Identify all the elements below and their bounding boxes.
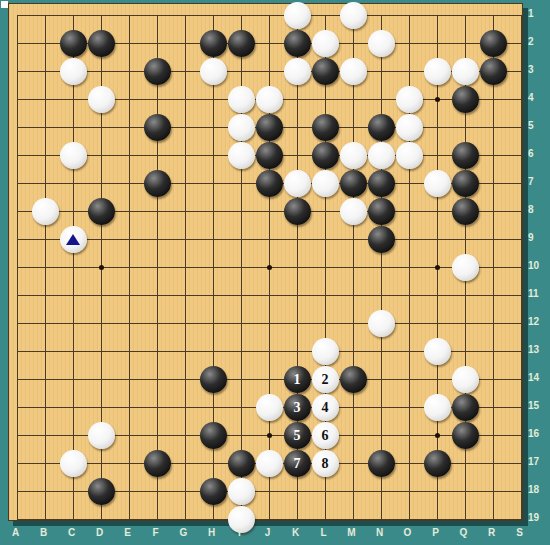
star-point-P4 [435, 97, 440, 102]
col-label-B: B [35, 527, 53, 541]
col-label-J: J [259, 527, 277, 541]
col-label-H: H [203, 527, 221, 541]
col-label-O: O [399, 527, 417, 541]
stone-white-C6[interactable] [60, 142, 87, 169]
move-number-1: 1 [294, 373, 301, 387]
stone-black-N5[interactable] [368, 114, 395, 141]
col-label-E: E [119, 527, 137, 541]
stone-black-Q4[interactable] [452, 86, 479, 113]
col-label-D: D [91, 527, 109, 541]
stone-black-H2[interactable] [200, 30, 227, 57]
move-number-6: 6 [322, 429, 329, 443]
stone-black-M7[interactable] [340, 170, 367, 197]
col-label-N: N [371, 527, 389, 541]
col-label-C: C [63, 527, 81, 541]
stone-white-Q10[interactable] [452, 254, 479, 281]
stone-white-P15[interactable] [424, 394, 451, 421]
stone-black-P17[interactable] [424, 450, 451, 477]
stone-white-Q14[interactable] [452, 366, 479, 393]
move-number-8: 8 [322, 457, 329, 471]
stone-white-M3[interactable] [340, 58, 367, 85]
stone-black-K2[interactable] [284, 30, 311, 57]
col-label-R: R [483, 527, 501, 541]
stone-white-L17[interactable]: 8 [312, 450, 339, 477]
row-label-17: 17 [528, 456, 548, 468]
stone-white-K1[interactable] [284, 2, 311, 29]
row-label-12: 12 [528, 316, 548, 328]
stone-black-Q8[interactable] [452, 198, 479, 225]
stone-white-I5[interactable] [228, 114, 255, 141]
star-point-P10 [435, 265, 440, 270]
stone-black-Q7[interactable] [452, 170, 479, 197]
stone-white-C3[interactable] [60, 58, 87, 85]
col-label-P: P [427, 527, 445, 541]
stone-white-C9[interactable] [60, 226, 87, 253]
row-label-16: 16 [528, 428, 548, 440]
row-label-14: 14 [528, 372, 548, 384]
stone-black-K16[interactable]: 5 [284, 422, 311, 449]
stone-white-D4[interactable] [88, 86, 115, 113]
stone-black-J5[interactable] [256, 114, 283, 141]
star-point-J16 [267, 433, 272, 438]
stone-white-N6[interactable] [368, 142, 395, 169]
stone-white-M6[interactable] [340, 142, 367, 169]
stone-white-P7[interactable] [424, 170, 451, 197]
stone-black-K17[interactable]: 7 [284, 450, 311, 477]
row-label-2: 2 [528, 36, 548, 48]
move-number-3: 3 [294, 401, 301, 415]
stone-white-K3[interactable] [284, 58, 311, 85]
stone-white-P3[interactable] [424, 58, 451, 85]
row-label-8: 8 [528, 204, 548, 216]
col-label-K: K [287, 527, 305, 541]
stone-black-Q16[interactable] [452, 422, 479, 449]
stone-white-I4[interactable] [228, 86, 255, 113]
stone-white-L2[interactable] [312, 30, 339, 57]
move-number-2: 2 [322, 373, 329, 387]
row-label-13: 13 [528, 344, 548, 356]
stone-black-F17[interactable] [144, 450, 171, 477]
col-label-S: S [511, 527, 529, 541]
stone-white-J4[interactable] [256, 86, 283, 113]
row-label-19: 19 [528, 512, 548, 524]
stone-black-I2[interactable] [228, 30, 255, 57]
stone-black-D2[interactable] [88, 30, 115, 57]
stone-black-M14[interactable] [340, 366, 367, 393]
star-point-P16 [435, 433, 440, 438]
move-number-5: 5 [294, 429, 301, 443]
move-number-7: 7 [294, 457, 301, 471]
stone-black-L3[interactable] [312, 58, 339, 85]
stone-black-L5[interactable] [312, 114, 339, 141]
go-board[interactable]: 12345678 [8, 3, 523, 521]
stone-white-Q3[interactable] [452, 58, 479, 85]
move-number-4: 4 [322, 401, 329, 415]
row-label-3: 3 [528, 64, 548, 76]
stone-black-K14[interactable]: 1 [284, 366, 311, 393]
stone-black-R3[interactable] [480, 58, 507, 85]
row-label-9: 9 [528, 232, 548, 244]
row-label-15: 15 [528, 400, 548, 412]
row-label-4: 4 [528, 92, 548, 104]
stone-white-O6[interactable] [396, 142, 423, 169]
stone-black-K8[interactable] [284, 198, 311, 225]
stone-black-N7[interactable] [368, 170, 395, 197]
stone-white-M8[interactable] [340, 198, 367, 225]
stone-black-F5[interactable] [144, 114, 171, 141]
go-board-window: 12345678 ABCDEFGHIJKLMNOPQRS 12345678910… [0, 0, 550, 545]
stone-black-Q6[interactable] [452, 142, 479, 169]
stone-black-H16[interactable] [200, 422, 227, 449]
stone-white-N2[interactable] [368, 30, 395, 57]
row-label-5: 5 [528, 120, 548, 132]
stone-white-O5[interactable] [396, 114, 423, 141]
stone-white-K7[interactable] [284, 170, 311, 197]
stone-black-R2[interactable] [480, 30, 507, 57]
star-point-D10 [99, 265, 104, 270]
stone-black-D18[interactable] [88, 478, 115, 505]
stone-black-H14[interactable] [200, 366, 227, 393]
stone-black-N8[interactable] [368, 198, 395, 225]
col-label-F: F [147, 527, 165, 541]
stone-white-O4[interactable] [396, 86, 423, 113]
stone-black-H18[interactable] [200, 478, 227, 505]
stone-white-N12[interactable] [368, 310, 395, 337]
stone-white-P13[interactable] [424, 338, 451, 365]
stone-white-I6[interactable] [228, 142, 255, 169]
col-label-M: M [343, 527, 361, 541]
stone-black-N9[interactable] [368, 226, 395, 253]
stone-white-L14[interactable]: 2 [312, 366, 339, 393]
stone-black-L6[interactable] [312, 142, 339, 169]
row-label-10: 10 [528, 260, 548, 272]
stone-white-L13[interactable] [312, 338, 339, 365]
stone-black-F7[interactable] [144, 170, 171, 197]
star-point-J10 [267, 265, 272, 270]
stone-white-J17[interactable] [256, 450, 283, 477]
col-label-I: I [231, 527, 249, 541]
stone-black-K15[interactable]: 3 [284, 394, 311, 421]
stone-black-J7[interactable] [256, 170, 283, 197]
stone-white-H3[interactable] [200, 58, 227, 85]
stone-white-B8[interactable] [32, 198, 59, 225]
corner-artifact [1, 1, 8, 8]
row-label-7: 7 [528, 176, 548, 188]
stone-black-N17[interactable] [368, 450, 395, 477]
col-label-Q: Q [455, 527, 473, 541]
row-label-6: 6 [528, 148, 548, 160]
triangle-marker [66, 234, 80, 245]
col-label-L: L [315, 527, 333, 541]
stone-black-J6[interactable] [256, 142, 283, 169]
stone-black-C2[interactable] [60, 30, 87, 57]
stone-white-C17[interactable] [60, 450, 87, 477]
stone-black-D8[interactable] [88, 198, 115, 225]
col-label-G: G [175, 527, 193, 541]
row-label-1: 1 [528, 8, 548, 20]
stone-white-L15[interactable]: 4 [312, 394, 339, 421]
stone-black-F3[interactable] [144, 58, 171, 85]
stone-white-J15[interactable] [256, 394, 283, 421]
stone-white-I18[interactable] [228, 478, 255, 505]
stone-black-Q15[interactable] [452, 394, 479, 421]
col-label-A: A [7, 527, 25, 541]
row-label-11: 11 [528, 288, 548, 300]
stone-white-L16[interactable]: 6 [312, 422, 339, 449]
row-label-18: 18 [528, 484, 548, 496]
stone-white-D16[interactable] [88, 422, 115, 449]
stone-white-M1[interactable] [340, 2, 367, 29]
stone-black-I17[interactable] [228, 450, 255, 477]
stone-white-L7[interactable] [312, 170, 339, 197]
